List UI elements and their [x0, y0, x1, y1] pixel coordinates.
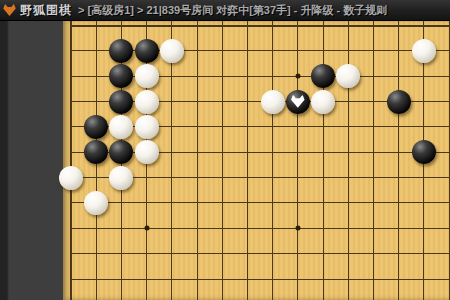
window-background-strip: [0, 20, 63, 300]
fox-logo-icon: [3, 4, 16, 16]
black-stone: [135, 39, 159, 63]
black-stone: [109, 140, 133, 164]
black-stone: [84, 140, 108, 164]
grid-line-vertical: [449, 20, 450, 300]
grid-line-vertical: [222, 20, 223, 300]
star-point: [144, 226, 149, 231]
go-board[interactable]: [63, 20, 450, 300]
black-stone: [311, 64, 335, 88]
grid-line-vertical: [348, 20, 349, 300]
black-stone: [109, 39, 133, 63]
white-stone: [261, 90, 285, 114]
black-stone: [109, 90, 133, 114]
white-stone: [160, 39, 184, 63]
board-left-border-line: [70, 20, 72, 300]
white-stone: [135, 140, 159, 164]
white-stone: [336, 64, 360, 88]
white-stone: [412, 39, 436, 63]
last-move-fox-marker: [291, 95, 305, 108]
grid-line-horizontal: [70, 202, 450, 203]
grid-line-horizontal: [70, 25, 450, 27]
grid-line-vertical: [373, 20, 374, 300]
white-stone: [135, 115, 159, 139]
grid-line-horizontal: [70, 228, 450, 229]
white-stone: [59, 166, 83, 190]
black-stone: [387, 90, 411, 114]
room-breadcrumb: > [高级房1] > 21|839号房间 对弈中[第37手] - 升降级 - 数…: [78, 3, 387, 18]
black-stone: [84, 115, 108, 139]
star-point: [295, 226, 300, 231]
fox-go-window: 野狐围棋 > [高级房1] > 21|839号房间 对弈中[第37手] - 升降…: [0, 0, 450, 300]
black-stone: [286, 90, 310, 114]
white-stone: [311, 90, 335, 114]
grid-line-horizontal: [70, 279, 450, 280]
grid-line-vertical: [197, 20, 198, 300]
app-logo-text: 野狐围棋: [20, 2, 72, 19]
white-stone: [109, 166, 133, 190]
title-bar: 野狐围棋 > [高级房1] > 21|839号房间 对弈中[第37手] - 升降…: [0, 0, 450, 21]
white-stone: [109, 115, 133, 139]
white-stone: [84, 191, 108, 215]
white-stone: [135, 64, 159, 88]
white-stone: [135, 90, 159, 114]
grid-line-horizontal: [70, 253, 450, 254]
grid-line-vertical: [247, 20, 248, 300]
grid-line-vertical: [323, 20, 324, 300]
black-stone: [109, 64, 133, 88]
grid-line-vertical: [272, 20, 273, 300]
grid-line-vertical: [297, 20, 298, 300]
star-point: [295, 74, 300, 79]
black-stone: [412, 140, 436, 164]
grid-line-vertical: [398, 20, 399, 300]
